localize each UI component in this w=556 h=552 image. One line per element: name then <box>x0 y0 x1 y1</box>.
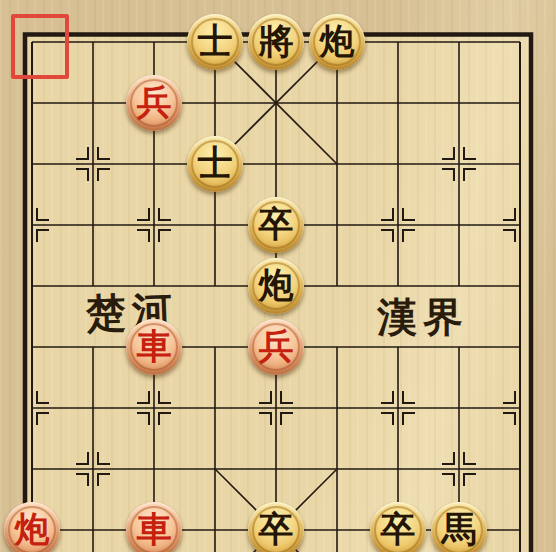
last-move-highlight <box>11 14 69 79</box>
piece-red-soldier[interactable]: 兵 <box>248 319 304 375</box>
river-label-han-jie: 漢界 <box>377 297 469 337</box>
piece-black-soldier[interactable]: 卒 <box>370 502 426 552</box>
piece-red-chariot[interactable]: 車 <box>126 502 182 552</box>
piece-glyph: 兵 <box>259 329 294 364</box>
piece-glyph: 將 <box>259 24 294 59</box>
piece-black-advisor[interactable]: 士 <box>187 14 243 70</box>
piece-black-advisor[interactable]: 士 <box>187 136 243 192</box>
piece-glyph: 馬 <box>442 512 477 547</box>
piece-red-soldier[interactable]: 兵 <box>126 75 182 131</box>
piece-glyph: 炮 <box>259 268 294 303</box>
piece-glyph: 車 <box>137 512 172 547</box>
piece-glyph: 卒 <box>259 207 294 242</box>
piece-glyph: 士 <box>198 24 233 59</box>
piece-black-general[interactable]: 將 <box>248 14 304 70</box>
xiangqi-board-screen: { "game": { "name": "Xiangqi (Chinese Ch… <box>0 0 556 552</box>
piece-red-cannon[interactable]: 炮 <box>4 502 60 552</box>
piece-glyph: 炮 <box>320 24 355 59</box>
piece-black-cannon[interactable]: 炮 <box>248 258 304 314</box>
piece-black-soldier[interactable]: 卒 <box>248 502 304 552</box>
piece-glyph: 卒 <box>259 512 294 547</box>
piece-glyph: 炮 <box>15 512 50 547</box>
piece-glyph: 車 <box>137 329 172 364</box>
piece-glyph: 士 <box>198 146 233 181</box>
piece-black-cannon[interactable]: 炮 <box>309 14 365 70</box>
piece-glyph: 卒 <box>381 512 416 547</box>
piece-black-horse[interactable]: 馬 <box>431 502 487 552</box>
piece-red-chariot[interactable]: 車 <box>126 319 182 375</box>
piece-black-soldier[interactable]: 卒 <box>248 197 304 253</box>
piece-glyph: 兵 <box>137 85 172 120</box>
